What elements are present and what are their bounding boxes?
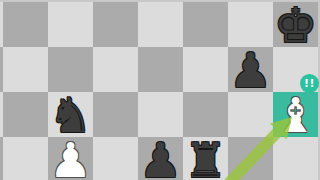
square-g8[interactable] bbox=[228, 2, 273, 47]
square-f7[interactable] bbox=[183, 47, 228, 92]
square-e7[interactable] bbox=[138, 47, 183, 92]
square-d6[interactable] bbox=[93, 92, 138, 137]
square-e6[interactable] bbox=[138, 92, 183, 137]
chess-board-viewport: ♚♟♞♝♟♟♜ !! bbox=[0, 0, 320, 180]
square-b5[interactable] bbox=[3, 137, 48, 180]
square-d7[interactable] bbox=[93, 47, 138, 92]
square-e8[interactable] bbox=[138, 2, 183, 47]
square-d5[interactable] bbox=[93, 137, 138, 180]
square-d8[interactable] bbox=[93, 2, 138, 47]
chess-board: ♚♟♞♝♟♟♜ bbox=[0, 2, 318, 180]
square-c7[interactable] bbox=[48, 47, 93, 92]
brilliant-move-badge: !! bbox=[300, 74, 319, 93]
piece-black-knight-c6[interactable]: ♞ bbox=[48, 92, 93, 137]
square-g5[interactable] bbox=[228, 137, 273, 180]
square-b7[interactable] bbox=[3, 47, 48, 92]
piece-white-bishop-h6[interactable]: ♝ bbox=[273, 92, 318, 137]
piece-black-pawn-g7[interactable]: ♟ bbox=[228, 47, 273, 92]
square-f6[interactable] bbox=[183, 92, 228, 137]
square-b8[interactable] bbox=[3, 2, 48, 47]
piece-black-king-h8[interactable]: ♚ bbox=[273, 2, 318, 47]
square-g6[interactable] bbox=[228, 92, 273, 137]
square-f8[interactable] bbox=[183, 2, 228, 47]
square-b6[interactable] bbox=[3, 92, 48, 137]
square-c8[interactable] bbox=[48, 2, 93, 47]
square-h5[interactable] bbox=[273, 137, 318, 180]
brilliant-move-glyph: !! bbox=[304, 78, 315, 89]
piece-white-pawn-c5[interactable]: ♟ bbox=[48, 137, 93, 180]
piece-black-pawn-e5[interactable]: ♟ bbox=[138, 137, 183, 180]
piece-black-rook-f5[interactable]: ♜ bbox=[183, 137, 228, 180]
